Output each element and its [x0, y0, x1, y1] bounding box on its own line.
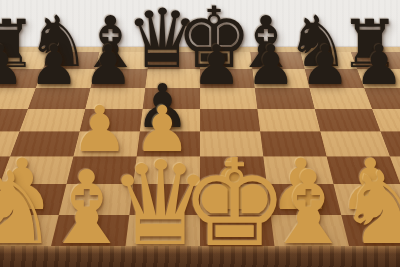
piece-white-r-h1[interactable]: ♜ — [396, 164, 400, 259]
pieces-layer: ♜♞♝♛♚♝♞♜♟♟♟♟♟♟♟♟♟♟♟♟♟♟♟♟♜♞♝♛♚♝♞♜ — [0, 0, 400, 267]
chess-photo-scene: ♜♞♝♛♚♝♞♜♟♟♟♟♟♟♟♟♟♟♟♟♟♟♟♟♜♞♝♛♚♝♞♜ — [0, 0, 400, 267]
piece-white-n-g1[interactable]: ♞ — [322, 159, 400, 260]
piece-black-p-h7[interactable]: ♟ — [319, 38, 400, 93]
